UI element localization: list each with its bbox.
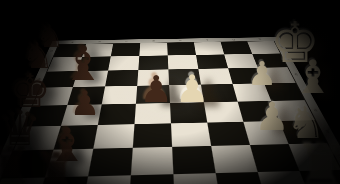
white-pawn-g6[interactable]: ♟ xyxy=(247,57,277,90)
black-rook-b1[interactable]: ♜ xyxy=(33,146,80,184)
white-pawn-e5[interactable]: ♟ xyxy=(175,70,209,108)
white-pawn-g4[interactable]: ♟ xyxy=(255,97,290,136)
black-rook-a1[interactable]: ♜ xyxy=(0,140,33,184)
pieces-layer: ♞♞♝♟♟♚♛♝♜♜♟♟♟♚♝♞♜ xyxy=(0,0,340,184)
black-pawn-d5[interactable]: ♟ xyxy=(139,71,172,108)
white-rook-h1[interactable]: ♜ xyxy=(293,136,340,184)
chessboard-photo: abcdefgh 87654321 87654321 ♞♞♝♟♟♚♛♝♜♜♟♟♟… xyxy=(0,0,340,184)
black-pawn-b4[interactable]: ♟ xyxy=(70,86,100,120)
black-bishop-b6[interactable]: ♝ xyxy=(61,39,104,87)
white-bishop-h6[interactable]: ♝ xyxy=(292,54,333,100)
